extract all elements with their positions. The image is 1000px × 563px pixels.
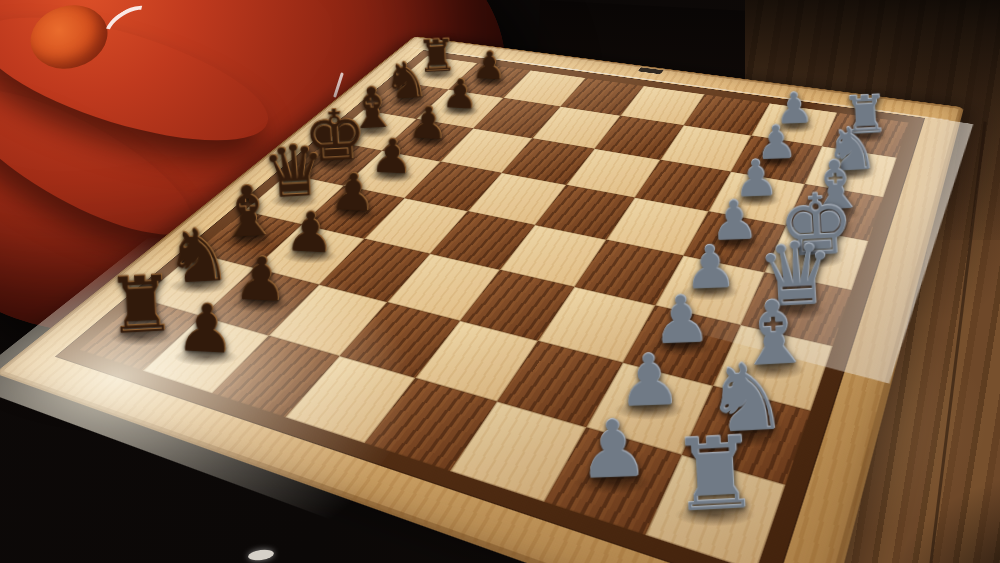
white-rook-a1[interactable]: ♜ [668, 421, 762, 525]
black-pawn-d7[interactable]: ♟ [329, 165, 377, 218]
black-pawn-b7[interactable]: ♟ [232, 246, 289, 309]
white-pawn-a2[interactable]: ♟ [576, 409, 650, 490]
black-rook-a8[interactable]: ♜ [105, 263, 178, 344]
pieces-layer: ♜♞♝♚♛♝♞♜♟♟♟♟♟♟♟♟♟♟♟♟♟♟♟♟♜♞♝♚♛♝♞♜ [0, 0, 1000, 563]
black-pawn-c7[interactable]: ♟ [283, 204, 335, 262]
black-pawn-a7[interactable]: ♟ [175, 294, 238, 363]
photo-scene: ♜♞♝♚♛♝♞♜♟♟♟♟♟♟♟♟♟♟♟♟♟♟♟♟♜♞♝♚♛♝♞♜ [0, 0, 1000, 563]
